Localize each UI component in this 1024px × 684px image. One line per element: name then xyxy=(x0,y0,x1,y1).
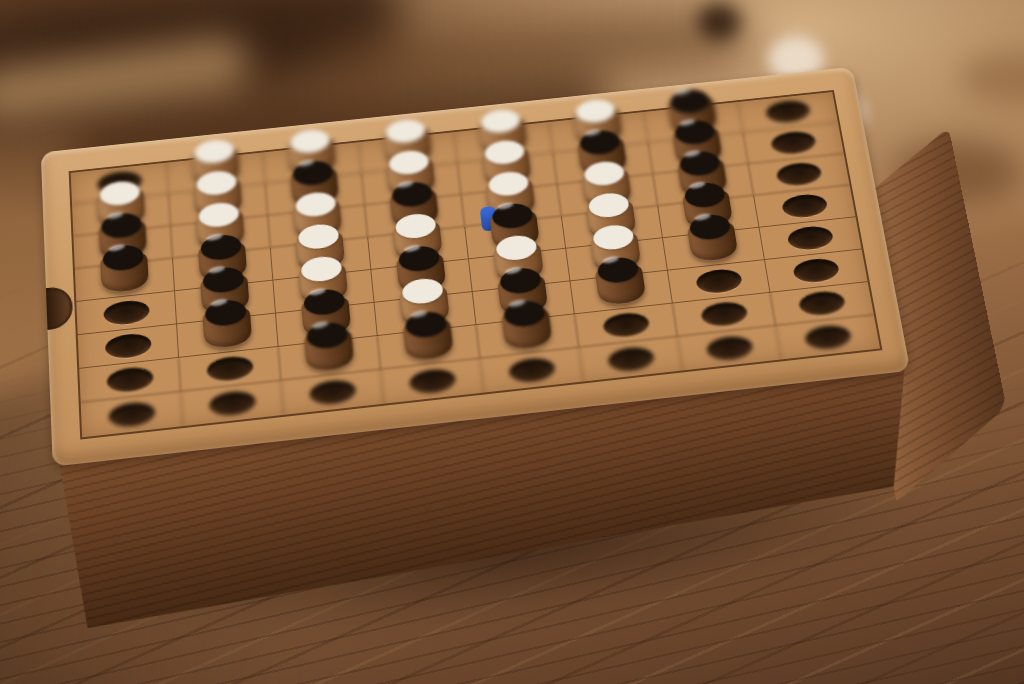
piece-glyph-white: ● xyxy=(571,99,619,120)
peg-hole xyxy=(103,299,150,327)
peg-hole xyxy=(764,99,811,125)
board-grid: ●●●●●●●●●●●●●●●●●●●●●●●●●●●●●●●●●●●●●●●●… xyxy=(69,90,883,440)
piece-glyph-white: ● xyxy=(484,171,532,193)
photo-scene: ●●●●●●●●●●●●●●●●●●●●●●●●●●●●●●●●●●●●●●●●… xyxy=(0,0,1024,684)
black-peg: ● xyxy=(504,333,551,338)
peg-hole xyxy=(781,193,829,220)
peg-hole xyxy=(770,130,817,156)
black-peg: ● xyxy=(598,289,645,294)
black-peg: ● xyxy=(203,333,251,338)
piece-glyph-white: ● xyxy=(193,170,241,192)
peg-hole xyxy=(803,323,852,351)
peg-hole xyxy=(786,225,834,252)
piece-glyph-white: ● xyxy=(382,119,429,140)
piece-glyph-white: ● xyxy=(96,180,143,202)
piece-glyph-white: ● xyxy=(195,202,243,224)
piece-glyph-white: ● xyxy=(492,235,541,257)
piece-glyph-white: ● xyxy=(297,256,345,278)
piece-glyph-white: ● xyxy=(584,192,633,214)
peg-hole xyxy=(606,345,655,373)
peg-hole xyxy=(694,268,742,295)
peg-hole xyxy=(602,311,650,339)
peg-hole xyxy=(106,366,153,394)
piece-glyph-white: ● xyxy=(191,139,238,160)
piece-glyph-white: ● xyxy=(580,161,628,183)
black-peg: ● xyxy=(305,355,353,360)
blurred-spare-peg-dark xyxy=(698,4,740,40)
peg-hole xyxy=(308,378,356,407)
peg-hole xyxy=(507,356,556,384)
peg-hole xyxy=(775,161,823,187)
peg-hole xyxy=(208,389,256,418)
black-peg: ● xyxy=(405,344,453,349)
black-peg: ● xyxy=(690,246,736,251)
peg-hole xyxy=(206,355,254,383)
black-peg: ● xyxy=(101,277,148,282)
piece-glyph-white: ● xyxy=(385,150,433,172)
piece-glyph-white: ● xyxy=(398,278,447,301)
peg-hole xyxy=(700,300,749,328)
othello-board-box: ●●●●●●●●●●●●●●●●●●●●●●●●●●●●●●●●●●●●●●●●… xyxy=(41,64,971,661)
piece-glyph-white: ● xyxy=(477,109,525,130)
peg-hole xyxy=(408,367,456,395)
piece-glyph-white: ● xyxy=(391,213,439,235)
piece-glyph-white: ● xyxy=(294,223,342,245)
piece-glyph-white: ● xyxy=(286,129,333,150)
piece-glyph-white: ● xyxy=(292,191,340,213)
piece-glyph-white: ● xyxy=(589,224,638,246)
peg-hole xyxy=(798,290,847,318)
peg-hole xyxy=(792,257,841,284)
finger-notch xyxy=(46,285,73,329)
piece-glyph-white: ● xyxy=(480,139,528,161)
peg-hole xyxy=(108,400,156,429)
peg-hole xyxy=(104,332,151,360)
peg-hole xyxy=(705,334,754,362)
